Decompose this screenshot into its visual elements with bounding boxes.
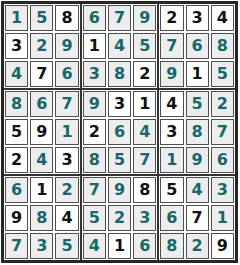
- cell-r4c7-given[interactable]: 4: [160, 91, 183, 117]
- cell-r1c6-solved[interactable]: 9: [133, 5, 156, 31]
- cell-r4c1-solved[interactable]: 8: [5, 91, 28, 117]
- cell-r6c2-solved[interactable]: 4: [30, 147, 53, 173]
- cell-r2c6-solved[interactable]: 5: [133, 33, 156, 59]
- cell-r4c2-solved[interactable]: 6: [30, 91, 53, 117]
- cell-r6c1-given[interactable]: 2: [5, 147, 28, 173]
- cell-r5c4-given[interactable]: 2: [83, 119, 106, 145]
- cell-r7c9-solved[interactable]: 3: [211, 177, 234, 203]
- box-2-3: 452387196: [159, 90, 235, 174]
- cell-r8c7-solved[interactable]: 6: [160, 205, 183, 231]
- cell-r2c4-given[interactable]: 1: [83, 33, 106, 59]
- cell-r2c9-solved[interactable]: 8: [211, 33, 234, 59]
- cell-r4c6-given[interactable]: 1: [133, 91, 156, 117]
- cell-r5c1-given[interactable]: 5: [5, 119, 28, 145]
- box-1-3: 234768915: [159, 4, 235, 88]
- cell-r7c6-given[interactable]: 8: [133, 177, 156, 203]
- cell-r5c9-solved[interactable]: 7: [211, 119, 234, 145]
- cell-r3c2-given[interactable]: 7: [30, 61, 53, 87]
- cell-r1c4-solved[interactable]: 6: [83, 5, 106, 31]
- cell-r4c4-solved[interactable]: 9: [83, 91, 106, 117]
- box-2-1: 867591243: [4, 90, 80, 174]
- cell-r7c3-solved[interactable]: 2: [55, 177, 78, 203]
- cell-r3c9-solved[interactable]: 5: [211, 61, 234, 87]
- cell-r4c8-solved[interactable]: 5: [186, 91, 209, 117]
- cell-r9c4-solved[interactable]: 4: [83, 233, 106, 259]
- cell-r9c1-solved[interactable]: 7: [5, 233, 28, 259]
- cell-r1c8-given[interactable]: 3: [186, 5, 209, 31]
- cell-r9c3-solved[interactable]: 5: [55, 233, 78, 259]
- cell-r2c2-solved[interactable]: 2: [30, 33, 53, 59]
- cell-r2c7-solved[interactable]: 7: [160, 33, 183, 59]
- cell-r8c6-solved[interactable]: 3: [133, 205, 156, 231]
- cell-r2c8-solved[interactable]: 6: [186, 33, 209, 59]
- cell-r1c1-solved[interactable]: 1: [5, 5, 28, 31]
- cell-r6c5-solved[interactable]: 5: [108, 147, 131, 173]
- cell-r2c1-given[interactable]: 3: [5, 33, 28, 59]
- cell-r9c5-given[interactable]: 1: [108, 233, 131, 259]
- cell-r8c8-given[interactable]: 7: [186, 205, 209, 231]
- box-3-3: 543671829: [159, 176, 235, 260]
- cell-r4c3-solved[interactable]: 7: [55, 91, 78, 117]
- cell-r6c7-solved[interactable]: 1: [160, 147, 183, 173]
- cell-r5c5-solved[interactable]: 6: [108, 119, 131, 145]
- cell-r6c8-solved[interactable]: 9: [186, 147, 209, 173]
- cell-r2c3-solved[interactable]: 9: [55, 33, 78, 59]
- cell-r1c9-given[interactable]: 4: [211, 5, 234, 31]
- cell-r9c9-given[interactable]: 9: [211, 233, 234, 259]
- cell-r6c4-solved[interactable]: 8: [83, 147, 106, 173]
- box-3-2: 798523416: [82, 176, 158, 260]
- cell-r8c3-given[interactable]: 4: [55, 205, 78, 231]
- cell-r5c6-solved[interactable]: 4: [133, 119, 156, 145]
- cell-r4c5-given[interactable]: 3: [108, 91, 131, 117]
- cell-r5c2-given[interactable]: 9: [30, 119, 53, 145]
- cell-r8c9-solved[interactable]: 1: [211, 205, 234, 231]
- cell-r5c3-solved[interactable]: 1: [55, 119, 78, 145]
- cell-r6c9-solved[interactable]: 6: [211, 147, 234, 173]
- cell-r4c9-solved[interactable]: 2: [211, 91, 234, 117]
- cell-r7c2-given[interactable]: 1: [30, 177, 53, 203]
- cell-r9c7-solved[interactable]: 8: [160, 233, 183, 259]
- cell-r3c3-solved[interactable]: 6: [55, 61, 78, 87]
- cell-r1c3-given[interactable]: 8: [55, 5, 78, 31]
- cell-r7c4-solved[interactable]: 7: [83, 177, 106, 203]
- box-2-2: 931264857: [82, 90, 158, 174]
- cell-r9c6-solved[interactable]: 6: [133, 233, 156, 259]
- cell-r8c4-solved[interactable]: 5: [83, 205, 106, 231]
- cell-r7c5-solved[interactable]: 9: [108, 177, 131, 203]
- cell-r8c1-given[interactable]: 9: [5, 205, 28, 231]
- cell-r5c7-given[interactable]: 3: [160, 119, 183, 145]
- cell-r3c4-solved[interactable]: 3: [83, 61, 106, 87]
- cell-r3c6-given[interactable]: 2: [133, 61, 156, 87]
- cell-r5c8-solved[interactable]: 8: [186, 119, 209, 145]
- cell-r8c5-solved[interactable]: 2: [108, 205, 131, 231]
- cell-r1c5-solved[interactable]: 7: [108, 5, 131, 31]
- box-1-1: 158329476: [4, 4, 80, 88]
- box-3-1: 612984735: [4, 176, 80, 260]
- cell-r3c8-given[interactable]: 1: [186, 61, 209, 87]
- cell-r3c7-solved[interactable]: 9: [160, 61, 183, 87]
- cell-r6c6-solved[interactable]: 7: [133, 147, 156, 173]
- box-1-2: 679145382: [82, 4, 158, 88]
- cell-r1c2-solved[interactable]: 5: [30, 5, 53, 31]
- cell-r7c1-solved[interactable]: 6: [5, 177, 28, 203]
- cell-r7c7-given[interactable]: 5: [160, 177, 183, 203]
- cell-r9c2-solved[interactable]: 3: [30, 233, 53, 259]
- cell-r9c8-solved[interactable]: 2: [186, 233, 209, 259]
- cell-r3c1-solved[interactable]: 4: [5, 61, 28, 87]
- cell-r1c7-given[interactable]: 2: [160, 5, 183, 31]
- cell-r6c3-given[interactable]: 3: [55, 147, 78, 173]
- cell-r2c5-solved[interactable]: 4: [108, 33, 131, 59]
- cell-r8c2-solved[interactable]: 8: [30, 205, 53, 231]
- sudoku-board: 1583294766791453822347689158675912439312…: [1, 1, 238, 263]
- cell-r7c8-solved[interactable]: 4: [186, 177, 209, 203]
- cell-r3c5-solved[interactable]: 8: [108, 61, 131, 87]
